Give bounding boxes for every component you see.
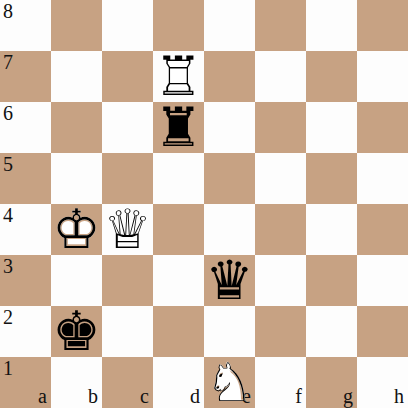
square-b1: b [51, 357, 102, 408]
black-rook: ♜ [153, 102, 204, 153]
file-label-a: a [38, 386, 47, 406]
file-label-f: f [295, 386, 302, 406]
square-h1: h [357, 357, 408, 408]
file-label-h: h [394, 386, 404, 406]
square-e5 [204, 153, 255, 204]
square-e2 [204, 306, 255, 357]
rank-label-6: 6 [3, 103, 13, 123]
king-outline-glyph: ♔ [51, 204, 102, 255]
white-queen: ♛♕ [102, 204, 153, 255]
rank-label-5: 5 [3, 154, 13, 174]
square-d6: ♜ [153, 102, 204, 153]
square-a4: 4 [0, 204, 51, 255]
square-g5 [306, 153, 357, 204]
knight-outline-glyph: ♘ [204, 357, 255, 408]
file-label-c: c [140, 386, 149, 406]
rank-label-4: 4 [3, 205, 13, 225]
square-g7 [306, 51, 357, 102]
square-d4 [153, 204, 204, 255]
rank-label-1: 1 [3, 358, 13, 378]
square-c7 [102, 51, 153, 102]
square-a5: 5 [0, 153, 51, 204]
square-g6 [306, 102, 357, 153]
square-c6 [102, 102, 153, 153]
square-f5 [255, 153, 306, 204]
black-king: ♚ [51, 306, 102, 357]
square-e7 [204, 51, 255, 102]
rank-label-7: 7 [3, 52, 13, 72]
square-c4: ♛♕ [102, 204, 153, 255]
square-h3 [357, 255, 408, 306]
square-h6 [357, 102, 408, 153]
white-rook: ♜♖ [153, 51, 204, 102]
square-d7: ♜♖ [153, 51, 204, 102]
square-f4 [255, 204, 306, 255]
square-g1: g [306, 357, 357, 408]
square-e3: ♛ [204, 255, 255, 306]
queen-glyph: ♛ [204, 255, 255, 306]
square-f3 [255, 255, 306, 306]
square-d5 [153, 153, 204, 204]
square-b4: ♚♔ [51, 204, 102, 255]
square-b5 [51, 153, 102, 204]
square-a1: 1a [0, 357, 51, 408]
square-f1: f [255, 357, 306, 408]
square-g2 [306, 306, 357, 357]
square-a2: 2 [0, 306, 51, 357]
rank-label-2: 2 [3, 307, 13, 327]
square-d2 [153, 306, 204, 357]
square-d3 [153, 255, 204, 306]
white-king: ♚♔ [51, 204, 102, 255]
square-f8 [255, 0, 306, 51]
square-e8 [204, 0, 255, 51]
queen-outline-glyph: ♕ [102, 204, 153, 255]
square-b2: ♚ [51, 306, 102, 357]
square-h7 [357, 51, 408, 102]
square-b7 [51, 51, 102, 102]
square-a8: 8 [0, 0, 51, 51]
chess-board: 87♜♖6♜54♚♔♛♕3♛2♚1abcde♞♘fgh [0, 0, 408, 408]
square-b3 [51, 255, 102, 306]
square-g3 [306, 255, 357, 306]
square-a6: 6 [0, 102, 51, 153]
square-h8 [357, 0, 408, 51]
square-h4 [357, 204, 408, 255]
black-queen: ♛ [204, 255, 255, 306]
file-label-b: b [88, 386, 98, 406]
white-knight: ♞♘ [204, 357, 255, 408]
file-label-g: g [343, 386, 353, 406]
square-c5 [102, 153, 153, 204]
square-d8 [153, 0, 204, 51]
rook-glyph: ♜ [153, 102, 204, 153]
square-f7 [255, 51, 306, 102]
rank-label-3: 3 [3, 256, 13, 276]
king-glyph: ♚ [51, 306, 102, 357]
square-h2 [357, 306, 408, 357]
square-g8 [306, 0, 357, 51]
rank-label-8: 8 [3, 1, 13, 21]
square-c1: c [102, 357, 153, 408]
square-b8 [51, 0, 102, 51]
square-a3: 3 [0, 255, 51, 306]
rook-outline-glyph: ♖ [153, 51, 204, 102]
square-c2 [102, 306, 153, 357]
square-b6 [51, 102, 102, 153]
square-a7: 7 [0, 51, 51, 102]
square-h5 [357, 153, 408, 204]
square-e6 [204, 102, 255, 153]
square-c8 [102, 0, 153, 51]
square-f6 [255, 102, 306, 153]
square-e4 [204, 204, 255, 255]
square-f2 [255, 306, 306, 357]
square-g4 [306, 204, 357, 255]
square-d1: d [153, 357, 204, 408]
square-c3 [102, 255, 153, 306]
square-e1: e♞♘ [204, 357, 255, 408]
file-label-d: d [190, 386, 200, 406]
